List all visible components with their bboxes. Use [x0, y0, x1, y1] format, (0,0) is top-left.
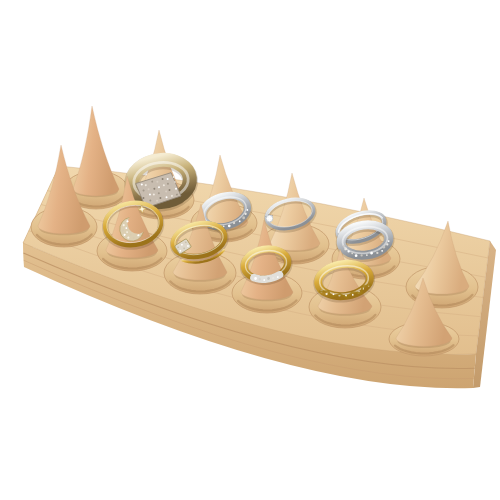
product-photo: Wooden jewelry display stand: rectangula… — [0, 0, 500, 500]
wooden-cone-b1 — [73, 106, 119, 196]
ring-display-stand-image: Wooden jewelry display stand: rectangula… — [0, 0, 500, 500]
